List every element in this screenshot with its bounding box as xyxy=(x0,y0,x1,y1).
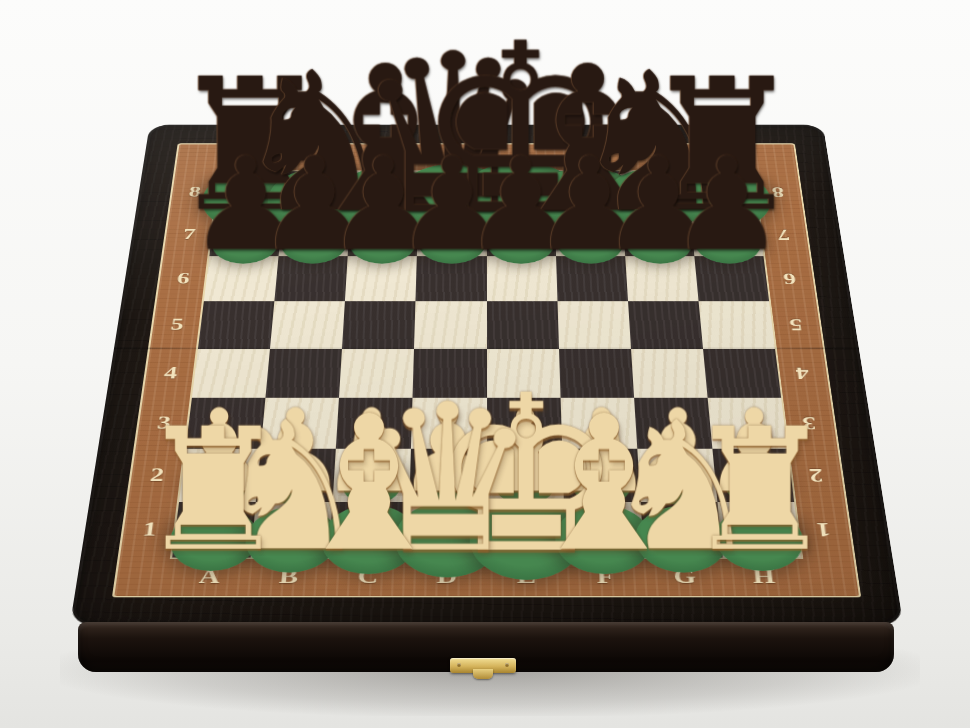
square-e6[interactable] xyxy=(486,256,557,301)
square-e7[interactable] xyxy=(486,213,555,256)
square-h6[interactable] xyxy=(694,256,769,301)
box-side-panel xyxy=(78,622,894,672)
rank-label-right-6: 6 xyxy=(772,269,808,288)
square-e5[interactable] xyxy=(486,302,558,349)
square-d5[interactable] xyxy=(414,302,486,349)
square-b5[interactable] xyxy=(270,302,345,349)
square-b7[interactable] xyxy=(279,213,351,256)
square-g5[interactable] xyxy=(628,302,703,349)
square-f8[interactable] xyxy=(553,171,622,213)
square-a7[interactable] xyxy=(209,213,282,256)
square-b8[interactable] xyxy=(283,171,353,213)
rank-label-right-4: 4 xyxy=(784,363,821,383)
square-d7[interactable] xyxy=(417,213,486,256)
square-e8[interactable] xyxy=(486,171,554,213)
square-d8[interactable] xyxy=(418,171,486,213)
square-a6[interactable] xyxy=(204,256,279,301)
rank-label-left-4: 4 xyxy=(152,363,189,383)
square-f5[interactable] xyxy=(557,302,631,349)
square-g6[interactable] xyxy=(625,256,698,301)
clasp-screw-icon xyxy=(505,663,509,667)
square-c8[interactable] xyxy=(351,171,420,213)
square-f7[interactable] xyxy=(554,213,625,256)
square-f6[interactable] xyxy=(556,256,628,301)
square-c6[interactable] xyxy=(345,256,417,301)
square-h7[interactable] xyxy=(690,213,763,256)
photo-scene: 8877665544332211ABCDEFGH♜♞♝♛♚♝♞♜♟♟♟♟♟♟♟♟… xyxy=(0,0,970,728)
chess-board: 8877665544332211ABCDEFGH♜♞♝♛♚♝♞♜♟♟♟♟♟♟♟♟… xyxy=(70,125,904,626)
square-h5[interactable] xyxy=(698,302,775,349)
brass-clasp-tab[interactable] xyxy=(473,669,493,679)
square-c7[interactable] xyxy=(348,213,419,256)
square-h8[interactable] xyxy=(686,171,758,213)
square-g7[interactable] xyxy=(622,213,694,256)
rank-label-left-6: 6 xyxy=(166,269,201,288)
square-d6[interactable] xyxy=(416,256,487,301)
square-c5[interactable] xyxy=(342,302,416,349)
brass-clasp[interactable] xyxy=(450,658,516,673)
square-b6[interactable] xyxy=(274,256,347,301)
clasp-screw-icon xyxy=(457,663,461,667)
square-a8[interactable] xyxy=(215,171,287,213)
square-g8[interactable] xyxy=(620,171,691,213)
square-a5[interactable] xyxy=(198,302,274,349)
